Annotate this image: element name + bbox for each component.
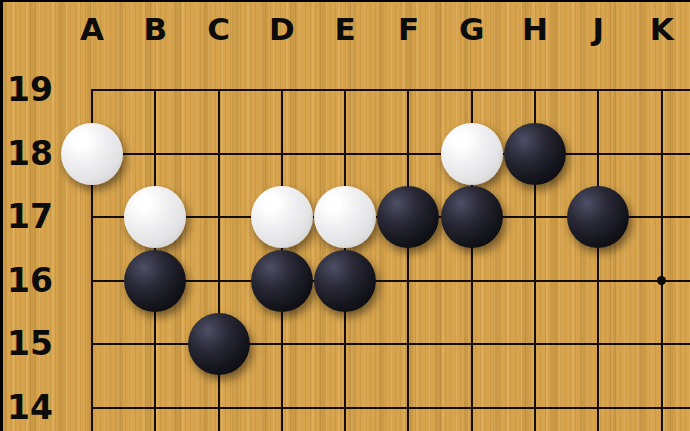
column-label-K: K [631,10,690,48]
intersection-G16[interactable] [440,249,503,313]
black-stone-F17 [377,186,439,248]
intersection-J15[interactable] [567,313,630,377]
intersection-D19[interactable] [250,58,313,122]
column-label-H: H [504,10,566,48]
board-top-edge [0,0,690,2]
intersection-F19[interactable] [377,58,440,122]
intersection-C19[interactable] [187,58,250,122]
row-label-17: 17 [0,196,60,238]
intersection-E17 [314,185,377,249]
intersection-C16[interactable] [187,249,250,313]
board-grid [60,58,690,431]
black-stone-H18 [504,123,566,185]
intersection-B17 [124,185,187,249]
intersection-E19[interactable] [314,58,377,122]
intersection-J14[interactable] [567,376,630,431]
intersection-E14[interactable] [314,376,377,431]
intersection-G17 [440,185,503,249]
intersection-A15[interactable] [60,313,123,377]
column-label-J: J [567,10,629,48]
intersection-E16 [314,249,377,313]
column-label-C: C [188,10,250,48]
star-point-K16 [657,276,666,285]
go-board: ABCDEFGHJK 191817161514 [0,0,690,431]
row-label-16: 16 [0,260,60,302]
intersection-G15[interactable] [440,313,503,377]
intersection-G19[interactable] [440,58,503,122]
row-label-18: 18 [0,133,60,175]
intersection-A16[interactable] [60,249,123,313]
row-label-14: 14 [0,387,60,429]
row-label-19: 19 [0,69,60,111]
intersection-C15 [187,313,250,377]
intersection-F16[interactable] [377,249,440,313]
white-stone-B17 [124,186,186,248]
row-label-15: 15 [0,323,60,365]
black-stone-C15 [188,313,250,375]
intersection-D18[interactable] [250,122,313,186]
column-label-A: A [61,10,123,48]
black-stone-B16 [124,250,186,312]
intersection-F14[interactable] [377,376,440,431]
column-label-E: E [314,10,376,48]
black-stone-J17 [567,186,629,248]
intersection-F15[interactable] [377,313,440,377]
intersection-H17[interactable] [503,185,566,249]
intersection-H18 [503,122,566,186]
intersection-H19[interactable] [503,58,566,122]
intersection-H14[interactable] [503,376,566,431]
intersection-J19[interactable] [567,58,630,122]
intersection-H16[interactable] [503,249,566,313]
intersection-A18 [60,122,123,186]
intersection-D17 [250,185,313,249]
column-label-D: D [251,10,313,48]
intersection-K19[interactable] [630,58,690,122]
white-stone-E17 [314,186,376,248]
intersection-B16 [124,249,187,313]
intersection-E15[interactable] [314,313,377,377]
intersection-B18[interactable] [124,122,187,186]
column-label-B: B [124,10,186,48]
intersection-J17 [567,185,630,249]
intersection-J16[interactable] [567,249,630,313]
black-stone-D16 [251,250,313,312]
intersection-B14[interactable] [124,376,187,431]
intersection-D16 [250,249,313,313]
intersection-K14[interactable] [630,376,690,431]
intersection-A14[interactable] [60,376,123,431]
intersection-F18[interactable] [377,122,440,186]
intersection-K18[interactable] [630,122,690,186]
intersection-K15[interactable] [630,313,690,377]
intersection-B19[interactable] [124,58,187,122]
intersection-G18 [440,122,503,186]
intersection-G14[interactable] [440,376,503,431]
intersection-A17[interactable] [60,185,123,249]
white-stone-G18 [441,123,503,185]
intersection-E18[interactable] [314,122,377,186]
intersection-H15[interactable] [503,313,566,377]
intersection-K16[interactable] [630,249,690,313]
black-stone-E16 [314,250,376,312]
board-left-edge [0,0,3,431]
intersection-C14[interactable] [187,376,250,431]
intersection-A19[interactable] [60,58,123,122]
column-label-G: G [441,10,503,48]
column-label-F: F [378,10,440,48]
intersection-B15[interactable] [124,313,187,377]
white-stone-A18 [61,123,123,185]
intersection-D15[interactable] [250,313,313,377]
intersection-J18[interactable] [567,122,630,186]
intersection-D14[interactable] [250,376,313,431]
white-stone-D17 [251,186,313,248]
black-stone-G17 [441,186,503,248]
intersection-C17[interactable] [187,185,250,249]
intersection-C18[interactable] [187,122,250,186]
intersection-F17 [377,185,440,249]
intersection-K17[interactable] [630,185,690,249]
